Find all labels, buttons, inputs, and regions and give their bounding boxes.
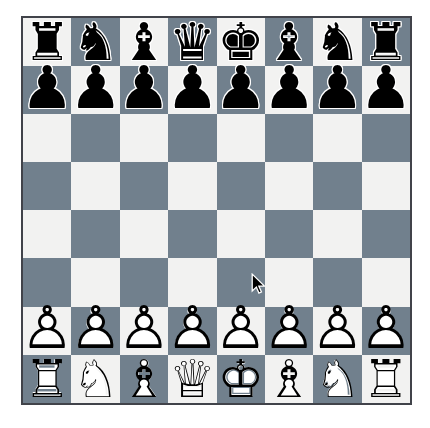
- white-king-outline-layer: ♔: [217, 355, 265, 403]
- white-knight-outline-layer: ♘: [313, 355, 361, 403]
- square-c7[interactable]: ♟: [120, 66, 168, 114]
- white-pawn-outline-layer: ♙: [120, 304, 168, 352]
- square-f4[interactable]: [265, 210, 313, 258]
- square-e6[interactable]: [217, 114, 265, 162]
- square-g7[interactable]: ♟: [313, 66, 361, 114]
- square-d7[interactable]: ♟: [168, 66, 216, 114]
- square-a1[interactable]: ♜♖: [23, 355, 71, 403]
- piece-white-pawn[interactable]: ♟♙: [71, 304, 119, 352]
- square-h6[interactable]: [362, 114, 410, 162]
- square-g1[interactable]: ♞♘: [313, 355, 361, 403]
- square-g2[interactable]: ♟♙: [313, 307, 361, 355]
- square-h5[interactable]: [362, 162, 410, 210]
- square-b5[interactable]: [71, 162, 119, 210]
- piece-black-pawn[interactable]: ♟: [217, 63, 265, 111]
- square-b4[interactable]: [71, 210, 119, 258]
- square-c2[interactable]: ♟♙: [120, 307, 168, 355]
- square-f7[interactable]: ♟: [265, 66, 313, 114]
- white-rook-outline-layer: ♖: [23, 355, 71, 403]
- square-f6[interactable]: [265, 114, 313, 162]
- white-bishop-outline-layer: ♗: [120, 355, 168, 403]
- square-h1[interactable]: ♜♖: [362, 355, 410, 403]
- square-b2[interactable]: ♟♙: [71, 307, 119, 355]
- square-a6[interactable]: [23, 114, 71, 162]
- piece-black-pawn[interactable]: ♟: [362, 63, 410, 111]
- square-d1[interactable]: ♛♕: [168, 355, 216, 403]
- white-pawn-outline-layer: ♙: [71, 304, 119, 352]
- chess-board: ♜♞♝♛♚♝♞♜♟♟♟♟♟♟♟♟♟♙♟♙♟♙♟♙♟♙♟♙♟♙♟♙♜♖♞♘♝♗♛♕…: [21, 16, 412, 405]
- piece-white-rook[interactable]: ♜♖: [362, 355, 410, 403]
- square-f5[interactable]: [265, 162, 313, 210]
- white-rook-outline-layer: ♖: [362, 355, 410, 403]
- piece-white-pawn[interactable]: ♟♙: [168, 304, 216, 352]
- square-g6[interactable]: [313, 114, 361, 162]
- square-h7[interactable]: ♟: [362, 66, 410, 114]
- square-a5[interactable]: [23, 162, 71, 210]
- piece-white-pawn[interactable]: ♟♙: [313, 304, 361, 352]
- square-c1[interactable]: ♝♗: [120, 355, 168, 403]
- piece-white-pawn[interactable]: ♟♙: [120, 304, 168, 352]
- white-bishop-outline-layer: ♗: [265, 355, 313, 403]
- square-c6[interactable]: [120, 114, 168, 162]
- piece-white-knight[interactable]: ♞♘: [71, 355, 119, 403]
- square-h4[interactable]: [362, 210, 410, 258]
- piece-white-king[interactable]: ♚♔: [217, 355, 265, 403]
- piece-white-bishop[interactable]: ♝♗: [265, 355, 313, 403]
- square-c4[interactable]: [120, 210, 168, 258]
- white-pawn-outline-layer: ♙: [23, 304, 71, 352]
- square-f2[interactable]: ♟♙: [265, 307, 313, 355]
- piece-black-pawn[interactable]: ♟: [265, 63, 313, 111]
- piece-white-pawn[interactable]: ♟♙: [265, 304, 313, 352]
- square-a4[interactable]: [23, 210, 71, 258]
- board-grid: ♜♞♝♛♚♝♞♜♟♟♟♟♟♟♟♟♟♙♟♙♟♙♟♙♟♙♟♙♟♙♟♙♜♖♞♘♝♗♛♕…: [23, 18, 410, 403]
- square-g5[interactable]: [313, 162, 361, 210]
- white-pawn-outline-layer: ♙: [168, 304, 216, 352]
- piece-black-pawn[interactable]: ♟: [71, 63, 119, 111]
- square-h2[interactable]: ♟♙: [362, 307, 410, 355]
- piece-white-pawn[interactable]: ♟♙: [217, 304, 265, 352]
- square-d4[interactable]: [168, 210, 216, 258]
- square-b6[interactable]: [71, 114, 119, 162]
- square-e7[interactable]: ♟: [217, 66, 265, 114]
- white-knight-outline-layer: ♘: [71, 355, 119, 403]
- piece-black-pawn[interactable]: ♟: [120, 63, 168, 111]
- white-pawn-outline-layer: ♙: [362, 304, 410, 352]
- piece-white-rook[interactable]: ♜♖: [23, 355, 71, 403]
- square-e1[interactable]: ♚♔: [217, 355, 265, 403]
- white-pawn-outline-layer: ♙: [217, 304, 265, 352]
- piece-white-pawn[interactable]: ♟♙: [23, 304, 71, 352]
- square-g4[interactable]: [313, 210, 361, 258]
- white-pawn-outline-layer: ♙: [265, 304, 313, 352]
- piece-white-queen[interactable]: ♛♕: [168, 355, 216, 403]
- square-b7[interactable]: ♟: [71, 66, 119, 114]
- piece-white-pawn[interactable]: ♟♙: [362, 304, 410, 352]
- square-d6[interactable]: [168, 114, 216, 162]
- square-d2[interactable]: ♟♙: [168, 307, 216, 355]
- square-e4[interactable]: [217, 210, 265, 258]
- square-a2[interactable]: ♟♙: [23, 307, 71, 355]
- chess-app-window: ♜♞♝♛♚♝♞♜♟♟♟♟♟♟♟♟♟♙♟♙♟♙♟♙♟♙♟♙♟♙♟♙♜♖♞♘♝♗♛♕…: [0, 0, 430, 428]
- piece-black-pawn[interactable]: ♟: [313, 63, 361, 111]
- square-e5[interactable]: [217, 162, 265, 210]
- square-b1[interactable]: ♞♘: [71, 355, 119, 403]
- piece-black-pawn[interactable]: ♟: [168, 63, 216, 111]
- square-e2[interactable]: ♟♙: [217, 307, 265, 355]
- square-d5[interactable]: [168, 162, 216, 210]
- piece-white-bishop[interactable]: ♝♗: [120, 355, 168, 403]
- square-a7[interactable]: ♟: [23, 66, 71, 114]
- piece-white-knight[interactable]: ♞♘: [313, 355, 361, 403]
- piece-black-pawn[interactable]: ♟: [23, 63, 71, 111]
- square-c5[interactable]: [120, 162, 168, 210]
- white-queen-outline-layer: ♕: [168, 355, 216, 403]
- square-f1[interactable]: ♝♗: [265, 355, 313, 403]
- white-pawn-outline-layer: ♙: [313, 304, 361, 352]
